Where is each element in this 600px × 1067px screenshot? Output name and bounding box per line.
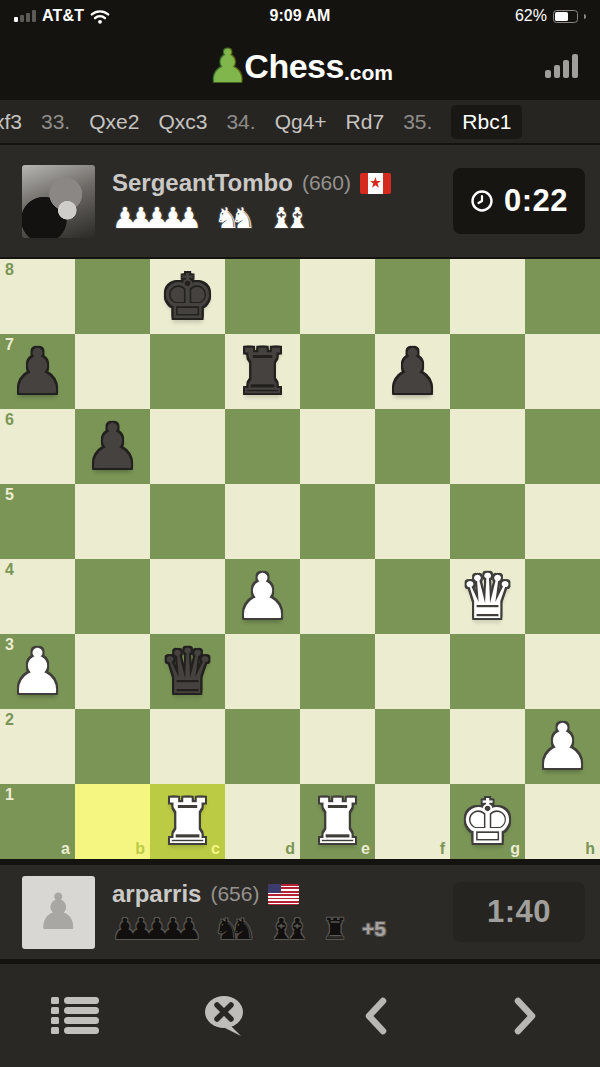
connection-strength-icon [545, 54, 578, 78]
move-token[interactable]: 35. [403, 110, 432, 134]
square-g8[interactable] [450, 259, 525, 334]
square-g7[interactable] [450, 334, 525, 409]
square-h7[interactable] [525, 334, 600, 409]
captured-knights: ♞♞ [214, 914, 256, 944]
square-d2[interactable] [225, 709, 300, 784]
square-b7[interactable] [75, 334, 150, 409]
square-f5[interactable] [375, 484, 450, 559]
logo-suffix-text: .com [344, 61, 393, 89]
square-d1[interactable]: d [225, 784, 300, 859]
square-a5[interactable]: 5 [0, 484, 75, 559]
square-e1[interactable]: e♜ [300, 784, 375, 859]
bottom-clock-time: 1:40 [487, 894, 551, 930]
square-a1[interactable]: 1a [0, 784, 75, 859]
black-pawn-a7[interactable]: ♟ [10, 334, 66, 409]
square-c3[interactable]: ♛ [150, 634, 225, 709]
square-d8[interactable] [225, 259, 300, 334]
move-token[interactable]: xf3 [0, 110, 22, 134]
move-token[interactable]: Qxe2 [89, 110, 139, 134]
square-h3[interactable] [525, 634, 600, 709]
move-list-bar[interactable]: xf333.Qxe2Qxc334.Qg4+Rd735.Rbc1 [0, 100, 600, 143]
chevron-right-icon [513, 996, 538, 1036]
top-player-card: SergeantTombo (660) ♟♟♟♟♟♞♞♝♝ 0:22 [0, 145, 600, 257]
captured-bishops: ♝♝ [268, 914, 310, 944]
file-label-h: h [585, 841, 595, 857]
square-g5[interactable] [450, 484, 525, 559]
status-bar: AT&T 9:09 AM 62% [0, 0, 600, 32]
bottom-player-clock: 1:40 [453, 882, 585, 942]
white-king-g1[interactable]: ♚ [460, 784, 516, 859]
square-c2[interactable] [150, 709, 225, 784]
square-d4[interactable]: ♟ [225, 559, 300, 634]
square-f6[interactable] [375, 409, 450, 484]
square-c8[interactable]: ♚ [150, 259, 225, 334]
top-clock-time: 0:22 [504, 183, 568, 219]
square-g3[interactable] [450, 634, 525, 709]
chess-board: 8♚7♟♜♟6♟54♟♛3♟♛2♟1abc♜de♜fg♚h [0, 259, 600, 859]
square-f4[interactable] [375, 559, 450, 634]
file-label-e: e [361, 841, 370, 857]
square-e7[interactable] [300, 334, 375, 409]
chat-disabled-button[interactable] [150, 964, 300, 1067]
square-a6[interactable]: 6 [0, 409, 75, 484]
battery-icon [553, 10, 578, 23]
captured-bishops: ♝♝ [268, 203, 310, 233]
square-h1[interactable]: h [525, 784, 600, 859]
bottom-player-card: ♟ arparris (656) ♟♟♟♟♟♞♞♝♝♜+5 1:40 [0, 865, 600, 959]
black-pawn-b6[interactable]: ♟ [85, 409, 141, 484]
square-a8[interactable]: 8 [0, 259, 75, 334]
bottom-player-rating: (656) [210, 882, 259, 906]
white-rook-e1[interactable]: ♜ [310, 784, 366, 859]
square-a7[interactable]: 7♟ [0, 334, 75, 409]
chess-app-screen: AT&T 9:09 AM 62% ♟ Chess .com xf333.Qxe2… [0, 0, 600, 1067]
file-label-f: f [440, 841, 445, 857]
square-g2[interactable] [450, 709, 525, 784]
rank-label-3: 3 [5, 637, 14, 653]
status-time: 9:09 AM [204, 7, 396, 25]
rank-label-1: 1 [5, 787, 14, 803]
rank-label-4: 4 [5, 562, 14, 578]
white-pawn-a3[interactable]: ♟ [10, 634, 66, 709]
square-e5[interactable] [300, 484, 375, 559]
bottom-player-captured-pieces: ♟♟♟♟♟♞♞♝♝♜+5 [112, 914, 453, 944]
captured-pawns: ♟♟♟♟♟ [112, 914, 202, 944]
square-e2[interactable] [300, 709, 375, 784]
square-g1[interactable]: g♚ [450, 784, 525, 859]
square-h8[interactable] [525, 259, 600, 334]
rank-label-7: 7 [5, 337, 14, 353]
square-a4[interactable]: 4 [0, 559, 75, 634]
black-king-c8[interactable]: ♚ [160, 259, 216, 334]
square-c4[interactable] [150, 559, 225, 634]
top-player-clock: 0:22 [453, 168, 585, 234]
square-e6[interactable] [300, 409, 375, 484]
file-label-c: c [211, 841, 220, 857]
rank-label-5: 5 [5, 487, 14, 503]
square-c5[interactable] [150, 484, 225, 559]
square-h6[interactable] [525, 409, 600, 484]
battery-percent-label: 62% [515, 7, 547, 25]
top-player-rating: (660) [302, 171, 351, 195]
captured-knights: ♞♞ [214, 203, 256, 233]
app-header: ♟ Chess .com [0, 32, 600, 100]
captured-pawns: ♟♟♟♟♟ [112, 203, 202, 233]
bottom-toolbar [0, 964, 600, 1067]
square-g6[interactable] [450, 409, 525, 484]
next-move-button[interactable] [450, 964, 600, 1067]
black-rook-d7[interactable]: ♜ [235, 334, 291, 409]
battery-nub [584, 14, 586, 19]
square-h5[interactable] [525, 484, 600, 559]
white-pawn-d4[interactable]: ♟ [235, 559, 291, 634]
square-f3[interactable] [375, 634, 450, 709]
bottom-player-avatar[interactable]: ♟ [22, 876, 95, 949]
square-f1[interactable]: f [375, 784, 450, 859]
square-g4[interactable]: ♛ [450, 559, 525, 634]
square-f8[interactable] [375, 259, 450, 334]
square-a3[interactable]: 3♟ [0, 634, 75, 709]
move-token[interactable]: 34. [226, 110, 255, 134]
wifi-icon [90, 9, 110, 24]
top-player-name[interactable]: SergeantTombo [112, 169, 293, 197]
canada-flag-icon [360, 173, 391, 194]
square-e3[interactable] [300, 634, 375, 709]
square-b6[interactable]: ♟ [75, 409, 150, 484]
file-label-g: g [510, 841, 520, 857]
square-b1[interactable]: b [75, 784, 150, 859]
previous-move-button[interactable] [300, 964, 450, 1067]
square-f2[interactable] [375, 709, 450, 784]
white-pawn-h2[interactable]: ♟ [535, 709, 591, 784]
file-label-b: b [135, 841, 145, 857]
usa-flag-icon [268, 884, 299, 905]
square-d3[interactable] [225, 634, 300, 709]
square-e4[interactable] [300, 559, 375, 634]
square-c1[interactable]: c♜ [150, 784, 225, 859]
rank-label-2: 2 [5, 712, 14, 728]
square-d6[interactable] [225, 409, 300, 484]
square-b8[interactable] [75, 259, 150, 334]
chesscom-logo: ♟ Chess .com [207, 43, 393, 89]
top-player-captured-pieces: ♟♟♟♟♟♞♞♝♝ [112, 203, 453, 233]
bottom-player-name[interactable]: arparris [112, 880, 201, 908]
square-b5[interactable] [75, 484, 150, 559]
logo-text: Chess [244, 47, 344, 86]
move-token[interactable]: Qxc3 [158, 110, 207, 134]
square-h4[interactable] [525, 559, 600, 634]
square-b4[interactable] [75, 559, 150, 634]
material-advantage: +5 [362, 917, 386, 941]
logo-pawn-icon: ♟ [207, 43, 248, 89]
move-token[interactable]: Qg4+ [275, 110, 327, 134]
square-c6[interactable] [150, 409, 225, 484]
carrier-label: AT&T [42, 7, 84, 25]
square-h2[interactable]: ♟ [525, 709, 600, 784]
rank-label-6: 6 [5, 412, 14, 428]
top-player-avatar[interactable] [22, 165, 95, 238]
square-d7[interactable]: ♜ [225, 334, 300, 409]
square-f7[interactable]: ♟ [375, 334, 450, 409]
black-pawn-f7[interactable]: ♟ [385, 334, 441, 409]
file-label-d: d [285, 841, 295, 857]
square-b3[interactable] [75, 634, 150, 709]
white-queen-g4[interactable]: ♛ [460, 559, 516, 634]
black-queen-c3[interactable]: ♛ [160, 634, 216, 709]
current-move[interactable]: Rbc1 [451, 105, 522, 139]
square-d5[interactable] [225, 484, 300, 559]
square-a2[interactable]: 2 [0, 709, 75, 784]
square-c7[interactable] [150, 334, 225, 409]
square-e8[interactable] [300, 259, 375, 334]
move-token[interactable]: Rd7 [346, 110, 385, 134]
cellular-signal-icon [14, 10, 36, 22]
chevron-left-icon [363, 996, 388, 1036]
square-b2[interactable] [75, 709, 150, 784]
chat-disabled-icon [202, 994, 248, 1037]
move-token[interactable]: 33. [41, 110, 70, 134]
moves-list-icon [51, 996, 99, 1035]
captured-rooks: ♜ [322, 914, 348, 944]
file-label-a: a [61, 841, 70, 857]
clock-icon [470, 189, 494, 213]
moves-list-button[interactable] [0, 964, 150, 1067]
rank-label-8: 8 [5, 262, 14, 278]
white-rook-c1[interactable]: ♜ [160, 784, 216, 859]
